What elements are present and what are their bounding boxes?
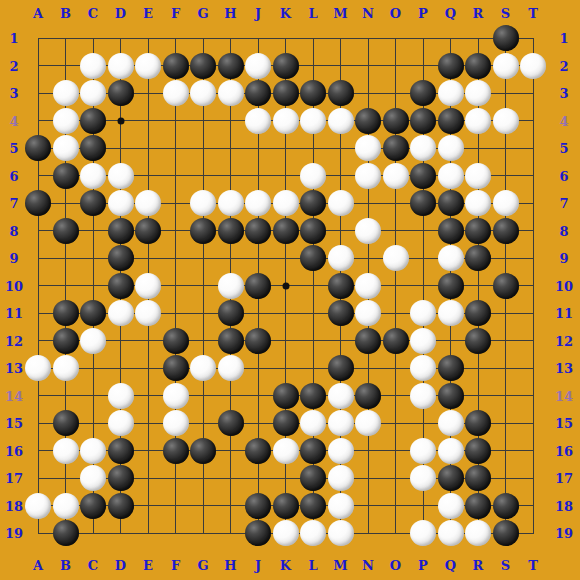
white-stone[interactable] — [383, 245, 409, 271]
white-stone[interactable] — [438, 520, 464, 546]
white-stone[interactable] — [438, 438, 464, 464]
row-label-left: 13 — [5, 362, 23, 375]
column-label-top: N — [362, 7, 374, 20]
row-label-right: 3 — [559, 87, 568, 100]
white-stone[interactable] — [438, 493, 464, 519]
white-stone[interactable] — [355, 273, 381, 299]
black-stone[interactable] — [328, 273, 354, 299]
column-label-bottom: D — [115, 559, 126, 572]
white-stone[interactable] — [108, 163, 134, 189]
row-label-right: 9 — [559, 252, 568, 265]
white-stone[interactable] — [135, 53, 161, 79]
white-stone[interactable] — [300, 410, 326, 436]
white-stone[interactable] — [53, 355, 79, 381]
row-label-left: 2 — [9, 59, 18, 72]
row-label-left: 9 — [9, 252, 18, 265]
black-stone[interactable] — [53, 163, 79, 189]
black-stone[interactable] — [438, 383, 464, 409]
white-stone[interactable] — [355, 410, 381, 436]
white-stone[interactable] — [108, 300, 134, 326]
white-stone[interactable] — [273, 438, 299, 464]
white-stone[interactable] — [273, 190, 299, 216]
black-stone[interactable] — [355, 383, 381, 409]
black-stone[interactable] — [438, 465, 464, 491]
black-stone[interactable] — [190, 53, 216, 79]
black-stone[interactable] — [108, 273, 134, 299]
row-label-right: 16 — [555, 444, 573, 457]
black-stone[interactable] — [300, 465, 326, 491]
row-label-left: 1 — [9, 32, 18, 45]
black-stone[interactable] — [383, 328, 409, 354]
row-label-left: 17 — [5, 472, 23, 485]
white-stone[interactable] — [218, 190, 244, 216]
white-stone[interactable] — [300, 520, 326, 546]
row-label-left: 14 — [5, 389, 23, 402]
black-stone[interactable] — [328, 300, 354, 326]
column-label-top: L — [308, 7, 317, 20]
row-label-left: 16 — [5, 444, 23, 457]
white-stone[interactable] — [80, 163, 106, 189]
column-label-top: Q — [445, 7, 456, 20]
column-label-top: P — [418, 7, 428, 20]
row-label-left: 10 — [5, 279, 23, 292]
black-stone[interactable] — [493, 273, 519, 299]
black-stone[interactable] — [80, 135, 106, 161]
white-stone[interactable] — [465, 520, 491, 546]
white-stone[interactable] — [108, 53, 134, 79]
white-stone[interactable] — [53, 493, 79, 519]
black-stone[interactable] — [300, 80, 326, 106]
black-stone[interactable] — [245, 438, 271, 464]
column-label-bottom: P — [418, 559, 428, 572]
white-stone[interactable] — [465, 190, 491, 216]
black-stone[interactable] — [300, 438, 326, 464]
black-stone[interactable] — [438, 273, 464, 299]
black-stone[interactable] — [25, 190, 51, 216]
column-label-bottom: J — [255, 559, 261, 572]
black-stone[interactable] — [300, 493, 326, 519]
black-stone[interactable] — [273, 493, 299, 519]
column-label-bottom: K — [280, 559, 291, 572]
white-stone[interactable] — [218, 80, 244, 106]
white-stone[interactable] — [438, 135, 464, 161]
row-label-left: 12 — [5, 334, 23, 347]
black-stone[interactable] — [273, 383, 299, 409]
column-label-top: S — [501, 7, 510, 20]
white-stone[interactable] — [438, 300, 464, 326]
white-stone[interactable] — [135, 300, 161, 326]
black-stone[interactable] — [245, 328, 271, 354]
white-stone[interactable] — [328, 410, 354, 436]
white-stone[interactable] — [438, 163, 464, 189]
black-stone[interactable] — [493, 25, 519, 51]
black-stone[interactable] — [80, 108, 106, 134]
white-stone[interactable] — [383, 163, 409, 189]
column-label-bottom: L — [308, 559, 317, 572]
black-stone[interactable] — [300, 218, 326, 244]
black-stone[interactable] — [108, 245, 134, 271]
white-stone[interactable] — [80, 465, 106, 491]
white-stone[interactable] — [135, 190, 161, 216]
row-label-right: 7 — [559, 197, 568, 210]
go-board[interactable] — [0, 0, 580, 580]
black-stone[interactable] — [438, 53, 464, 79]
black-stone[interactable] — [355, 328, 381, 354]
white-stone[interactable] — [355, 218, 381, 244]
white-stone[interactable] — [328, 493, 354, 519]
black-stone[interactable] — [273, 80, 299, 106]
black-stone[interactable] — [245, 218, 271, 244]
white-stone[interactable] — [108, 383, 134, 409]
column-label-top: F — [171, 7, 180, 20]
white-stone[interactable] — [80, 53, 106, 79]
black-stone[interactable] — [135, 218, 161, 244]
white-stone[interactable] — [53, 108, 79, 134]
black-stone[interactable] — [328, 355, 354, 381]
column-label-bottom: N — [362, 559, 374, 572]
row-label-right: 10 — [555, 279, 573, 292]
white-stone[interactable] — [493, 108, 519, 134]
black-stone[interactable] — [493, 520, 519, 546]
black-stone[interactable] — [410, 163, 436, 189]
white-stone[interactable] — [328, 245, 354, 271]
column-label-bottom: O — [390, 559, 401, 572]
white-stone[interactable] — [438, 80, 464, 106]
column-label-bottom: C — [88, 559, 98, 572]
row-label-right: 2 — [559, 59, 568, 72]
white-stone[interactable] — [438, 245, 464, 271]
white-stone[interactable] — [410, 520, 436, 546]
column-label-bottom: Q — [445, 559, 456, 572]
black-stone[interactable] — [245, 520, 271, 546]
black-stone[interactable] — [410, 108, 436, 134]
white-stone[interactable] — [300, 163, 326, 189]
row-label-right: 11 — [555, 307, 573, 320]
white-stone[interactable] — [410, 328, 436, 354]
white-stone[interactable] — [410, 438, 436, 464]
row-label-right: 17 — [555, 472, 573, 485]
column-label-bottom: F — [171, 559, 180, 572]
white-stone[interactable] — [328, 383, 354, 409]
white-stone[interactable] — [190, 190, 216, 216]
star-point — [282, 282, 289, 289]
row-label-right: 4 — [559, 114, 568, 127]
black-stone[interactable] — [465, 493, 491, 519]
row-label-left: 15 — [5, 417, 23, 430]
white-stone[interactable] — [300, 108, 326, 134]
white-stone[interactable] — [465, 108, 491, 134]
black-stone[interactable] — [53, 328, 79, 354]
black-stone[interactable] — [190, 438, 216, 464]
black-stone[interactable] — [53, 410, 79, 436]
black-stone[interactable] — [108, 493, 134, 519]
row-label-right: 14 — [555, 389, 573, 402]
black-stone[interactable] — [108, 465, 134, 491]
white-stone[interactable] — [328, 465, 354, 491]
white-stone[interactable] — [80, 80, 106, 106]
white-stone[interactable] — [245, 108, 271, 134]
black-stone[interactable] — [328, 80, 354, 106]
row-label-left: 3 — [9, 87, 18, 100]
white-stone[interactable] — [465, 80, 491, 106]
white-stone[interactable] — [80, 328, 106, 354]
row-label-left: 5 — [9, 142, 18, 155]
white-stone[interactable] — [438, 410, 464, 436]
black-stone[interactable] — [300, 245, 326, 271]
white-stone[interactable] — [520, 53, 546, 79]
white-stone[interactable] — [163, 80, 189, 106]
black-stone[interactable] — [355, 108, 381, 134]
go-game-screen: AABBCCDDEEFFGGHHJJKKLLMMNNOOPPQQRRSSTT11… — [0, 0, 580, 580]
white-stone[interactable] — [53, 135, 79, 161]
black-stone[interactable] — [190, 218, 216, 244]
black-stone[interactable] — [465, 465, 491, 491]
white-stone[interactable] — [218, 355, 244, 381]
column-label-top: M — [333, 7, 347, 20]
white-stone[interactable] — [355, 300, 381, 326]
white-stone[interactable] — [410, 135, 436, 161]
black-stone[interactable] — [218, 218, 244, 244]
black-stone[interactable] — [465, 218, 491, 244]
black-stone[interactable] — [245, 493, 271, 519]
column-label-bottom: R — [473, 559, 484, 572]
white-stone[interactable] — [410, 383, 436, 409]
column-label-top: T — [528, 7, 538, 20]
black-stone[interactable] — [493, 218, 519, 244]
white-stone[interactable] — [493, 190, 519, 216]
white-stone[interactable] — [163, 410, 189, 436]
white-stone[interactable] — [410, 355, 436, 381]
white-stone[interactable] — [273, 108, 299, 134]
black-stone[interactable] — [438, 355, 464, 381]
white-stone[interactable] — [53, 438, 79, 464]
row-label-right: 13 — [555, 362, 573, 375]
row-label-left: 11 — [5, 307, 23, 320]
row-label-right: 19 — [555, 527, 573, 540]
column-label-top: R — [473, 7, 484, 20]
black-stone[interactable] — [53, 218, 79, 244]
white-stone[interactable] — [410, 465, 436, 491]
black-stone[interactable] — [465, 328, 491, 354]
star-point — [117, 117, 124, 124]
column-label-bottom: G — [197, 559, 208, 572]
white-stone[interactable] — [328, 520, 354, 546]
column-label-bottom: M — [333, 559, 347, 572]
white-stone[interactable] — [355, 163, 381, 189]
white-stone[interactable] — [328, 438, 354, 464]
column-label-top: K — [280, 7, 291, 20]
row-label-right: 8 — [559, 224, 568, 237]
white-stone[interactable] — [218, 273, 244, 299]
black-stone[interactable] — [218, 300, 244, 326]
black-stone[interactable] — [80, 190, 106, 216]
column-label-top: C — [88, 7, 98, 20]
black-stone[interactable] — [465, 53, 491, 79]
row-label-left: 6 — [9, 169, 18, 182]
black-stone[interactable] — [245, 80, 271, 106]
black-stone[interactable] — [163, 328, 189, 354]
row-label-left: 4 — [9, 114, 18, 127]
row-label-right: 15 — [555, 417, 573, 430]
white-stone[interactable] — [465, 163, 491, 189]
white-stone[interactable] — [190, 80, 216, 106]
row-label-left: 8 — [9, 224, 18, 237]
row-label-right: 6 — [559, 169, 568, 182]
black-stone[interactable] — [438, 190, 464, 216]
white-stone[interactable] — [355, 135, 381, 161]
black-stone[interactable] — [410, 80, 436, 106]
grid-line-vertical — [533, 38, 534, 534]
column-label-bottom: A — [33, 559, 43, 572]
black-stone[interactable] — [53, 520, 79, 546]
black-stone[interactable] — [465, 438, 491, 464]
black-stone[interactable] — [438, 108, 464, 134]
black-stone[interactable] — [163, 438, 189, 464]
white-stone[interactable] — [108, 410, 134, 436]
row-label-right: 12 — [555, 334, 573, 347]
column-label-top: A — [33, 7, 43, 20]
grid-line-horizontal — [38, 340, 534, 341]
column-label-top: J — [255, 7, 261, 20]
white-stone[interactable] — [328, 190, 354, 216]
black-stone[interactable] — [80, 300, 106, 326]
column-label-bottom: T — [528, 559, 538, 572]
row-label-left: 7 — [9, 197, 18, 210]
black-stone[interactable] — [493, 493, 519, 519]
black-stone[interactable] — [465, 410, 491, 436]
black-stone[interactable] — [273, 410, 299, 436]
white-stone[interactable] — [25, 355, 51, 381]
black-stone[interactable] — [465, 300, 491, 326]
column-label-bottom: E — [143, 559, 153, 572]
black-stone[interactable] — [273, 218, 299, 244]
white-stone[interactable] — [328, 108, 354, 134]
white-stone[interactable] — [190, 355, 216, 381]
black-stone[interactable] — [53, 300, 79, 326]
black-stone[interactable] — [25, 135, 51, 161]
white-stone[interactable] — [80, 438, 106, 464]
black-stone[interactable] — [80, 493, 106, 519]
row-label-left: 19 — [5, 527, 23, 540]
black-stone[interactable] — [163, 53, 189, 79]
white-stone[interactable] — [163, 383, 189, 409]
black-stone[interactable] — [108, 218, 134, 244]
row-label-right: 5 — [559, 142, 568, 155]
row-label-left: 18 — [5, 499, 23, 512]
black-stone[interactable] — [218, 53, 244, 79]
column-label-top: D — [115, 7, 126, 20]
black-stone[interactable] — [383, 135, 409, 161]
black-stone[interactable] — [410, 190, 436, 216]
black-stone[interactable] — [438, 218, 464, 244]
black-stone[interactable] — [108, 80, 134, 106]
white-stone[interactable] — [245, 53, 271, 79]
black-stone[interactable] — [163, 355, 189, 381]
column-label-top: B — [60, 7, 71, 20]
white-stone[interactable] — [135, 273, 161, 299]
black-stone[interactable] — [300, 383, 326, 409]
white-stone[interactable] — [493, 53, 519, 79]
white-stone[interactable] — [245, 190, 271, 216]
black-stone[interactable] — [273, 53, 299, 79]
column-label-bottom: B — [60, 559, 71, 572]
column-label-top: E — [143, 7, 153, 20]
row-label-right: 1 — [559, 32, 568, 45]
black-stone[interactable] — [465, 245, 491, 271]
column-label-top: H — [224, 7, 236, 20]
white-stone[interactable] — [273, 520, 299, 546]
black-stone[interactable] — [383, 108, 409, 134]
black-stone[interactable] — [218, 410, 244, 436]
white-stone[interactable] — [410, 300, 436, 326]
black-stone[interactable] — [300, 190, 326, 216]
column-label-bottom: S — [501, 559, 510, 572]
white-stone[interactable] — [25, 493, 51, 519]
black-stone[interactable] — [218, 328, 244, 354]
black-stone[interactable] — [108, 438, 134, 464]
white-stone[interactable] — [53, 80, 79, 106]
black-stone[interactable] — [245, 273, 271, 299]
column-label-bottom: H — [224, 559, 236, 572]
column-label-top: O — [390, 7, 401, 20]
column-label-top: G — [197, 7, 208, 20]
row-label-right: 18 — [555, 499, 573, 512]
white-stone[interactable] — [108, 190, 134, 216]
